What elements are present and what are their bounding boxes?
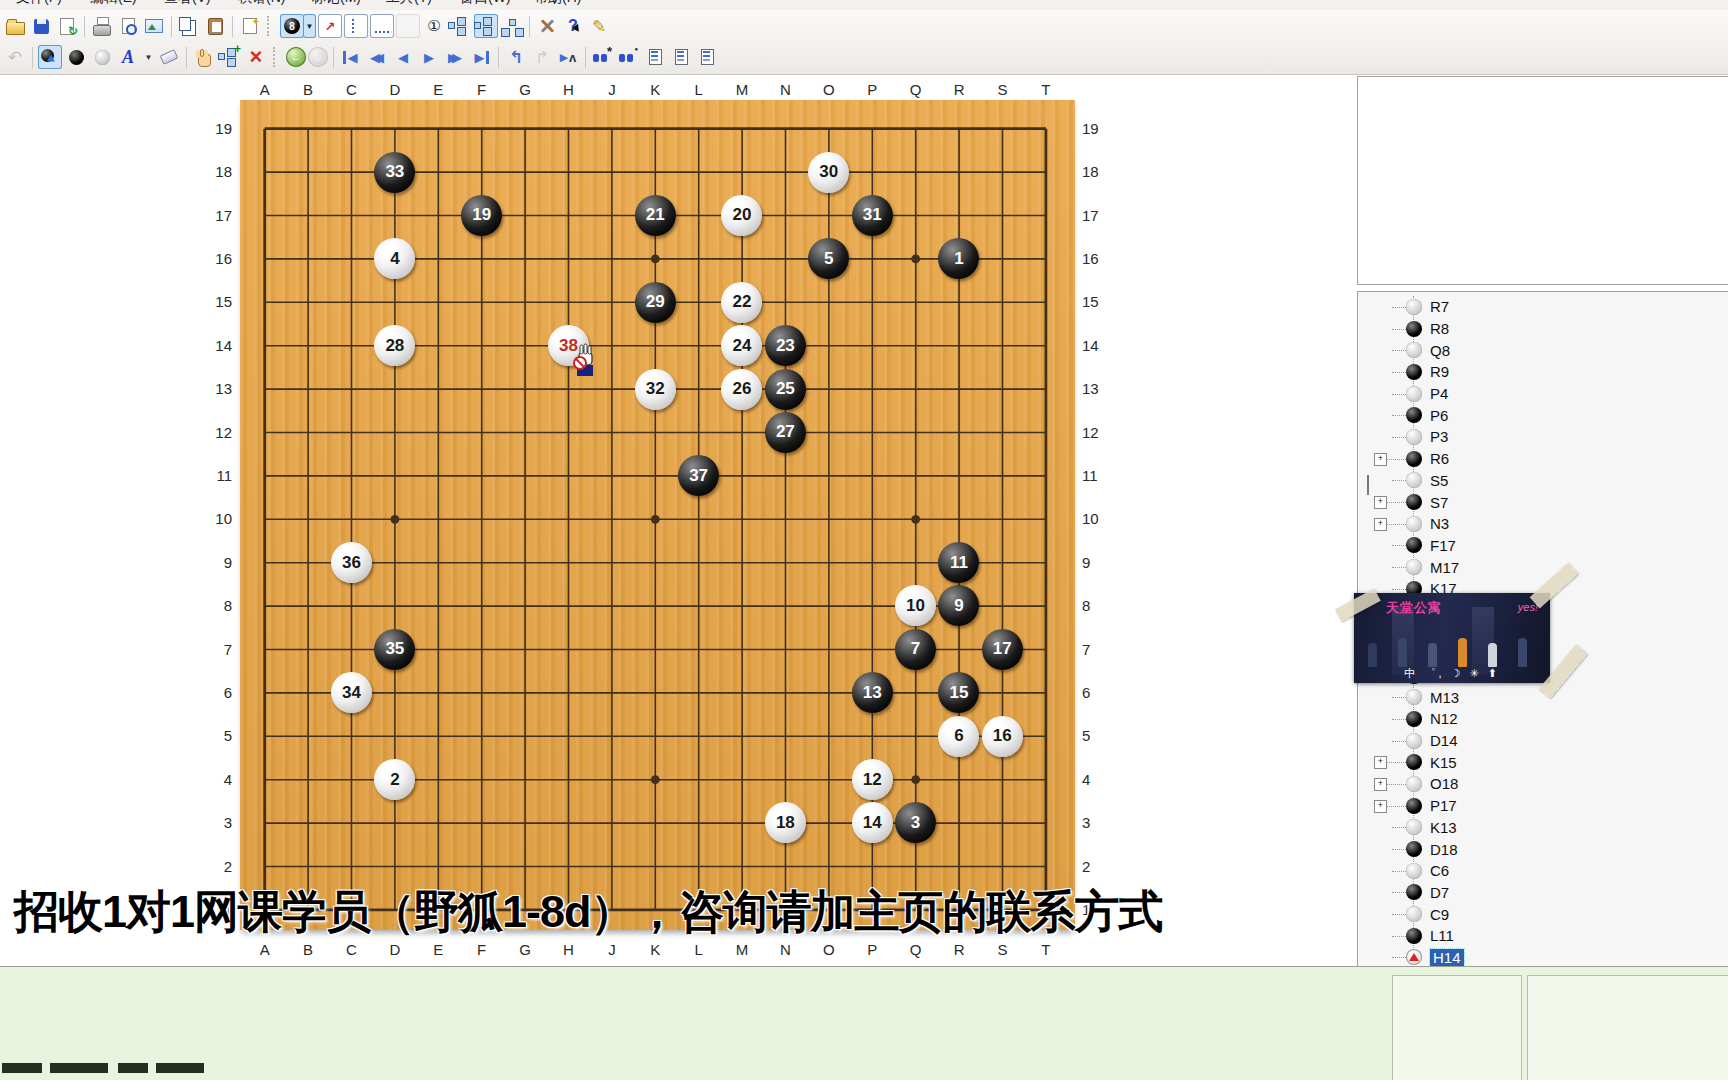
poster-person bbox=[1398, 638, 1407, 667]
go-board[interactable]: 1234567910111213141516171819202122232425… bbox=[240, 100, 1075, 930]
stone-disc: 24 bbox=[721, 325, 762, 366]
stone-B-D7[interactable]: 35 bbox=[373, 628, 416, 671]
poster-title: 天堂公寓 bbox=[1386, 599, 1442, 617]
print-preview-icon[interactable] bbox=[116, 14, 140, 38]
tree-stone-icon bbox=[1406, 407, 1422, 423]
stone-disc: 22 bbox=[721, 282, 762, 323]
step-backward-icon[interactable] bbox=[391, 45, 415, 69]
move-number: 14 bbox=[863, 813, 882, 833]
coord-left-15: 15 bbox=[202, 293, 232, 310]
page-view-3-icon[interactable] bbox=[695, 45, 719, 69]
tree-node-label: K15 bbox=[1430, 754, 1457, 771]
tree-stone-icon bbox=[1406, 754, 1422, 770]
move-number: 10 bbox=[906, 596, 925, 616]
coord-bottom-L: L bbox=[690, 941, 708, 958]
mouse-cursor-hand-no-icon bbox=[571, 341, 597, 375]
stone-B-O16[interactable]: 5 bbox=[807, 237, 850, 280]
move-number: 11 bbox=[950, 553, 968, 573]
coord-top-T: T bbox=[1037, 81, 1055, 98]
tree-stone-icon bbox=[1406, 494, 1422, 510]
stone-disc: 11 bbox=[938, 542, 979, 583]
coord-top-S: S bbox=[994, 81, 1012, 98]
stone-disc: 30 bbox=[808, 152, 849, 193]
menu-item[interactable]: 窗口(W) bbox=[460, 0, 511, 7]
coord-right-19: 19 bbox=[1082, 120, 1112, 137]
coord-left-14: 14 bbox=[202, 337, 232, 354]
coord-top-A: A bbox=[256, 81, 274, 98]
poster-person bbox=[1428, 643, 1437, 667]
tree-node-N3[interactable]: +N3 bbox=[1358, 513, 1728, 535]
tree-node-P4[interactable]: P4 bbox=[1358, 383, 1728, 405]
video-poster-overlay: 天堂公寓 yes! 中 ゜, ☽ ✳ ⬆ bbox=[1354, 593, 1550, 683]
coord-top-B: B bbox=[299, 81, 317, 98]
toolbar-separator bbox=[186, 47, 187, 68]
stone-disc: 16 bbox=[982, 716, 1023, 757]
tree-node-R9[interactable]: R9 bbox=[1358, 361, 1728, 383]
eraser-tool-icon[interactable] bbox=[157, 45, 181, 69]
move-number: 24 bbox=[733, 336, 752, 356]
stone-disc: 36 bbox=[331, 542, 372, 583]
expand-plus-icon[interactable]: + bbox=[1374, 496, 1387, 509]
coord-bottom-N: N bbox=[777, 941, 795, 958]
stone-W-M14[interactable]: 24 bbox=[720, 324, 763, 367]
tree-node-M17[interactable]: M17 bbox=[1358, 556, 1728, 578]
stone-disc: 4 bbox=[374, 238, 415, 279]
tree-node-label: N3 bbox=[1430, 515, 1449, 532]
stone-B-N12[interactable]: 27 bbox=[764, 411, 807, 454]
coord-left-7: 7 bbox=[202, 641, 232, 658]
tree-node-P17[interactable]: +P17 bbox=[1358, 795, 1728, 817]
stone-disc: 29 bbox=[635, 282, 676, 323]
status-pane bbox=[1392, 975, 1522, 1080]
coord-bottom-F: F bbox=[473, 941, 491, 958]
tree-node-Q8[interactable]: Q8 bbox=[1358, 339, 1728, 361]
coord-right-8: 8 bbox=[1082, 597, 1112, 614]
move-number: 23 bbox=[776, 336, 795, 356]
tree-node-label: P17 bbox=[1430, 797, 1457, 814]
history-forward-icon[interactable] bbox=[308, 47, 328, 67]
status-text-fragment bbox=[50, 1063, 108, 1073]
coord-left-11: 11 bbox=[202, 467, 232, 484]
org-chart-view-icon[interactable] bbox=[500, 14, 524, 38]
coord-top-E: E bbox=[429, 81, 447, 98]
move-number: 35 bbox=[385, 639, 404, 659]
coord-bottom-G: G bbox=[516, 941, 534, 958]
coord-top-G: G bbox=[516, 81, 534, 98]
stone-B-K15[interactable]: 29 bbox=[634, 281, 677, 324]
tree-node-K13[interactable]: K13 bbox=[1358, 817, 1728, 839]
stone-disc: 32 bbox=[635, 369, 676, 410]
coord-top-Q: Q bbox=[907, 81, 925, 98]
tree-stone-icon bbox=[1406, 559, 1422, 575]
coord-bottom-J: J bbox=[603, 941, 621, 958]
coord-left-8: 8 bbox=[202, 597, 232, 614]
tree-stone-icon bbox=[1406, 798, 1422, 814]
move-number: 30 bbox=[819, 162, 838, 182]
stone-W-N3[interactable]: 18 bbox=[764, 801, 807, 844]
move-number: 2 bbox=[390, 770, 399, 790]
tree-stone-icon bbox=[1406, 689, 1422, 705]
stone-B-L11[interactable]: 37 bbox=[677, 454, 720, 497]
menu-item[interactable]: 编辑(E) bbox=[90, 0, 137, 7]
stone-W-C9[interactable]: 36 bbox=[330, 541, 373, 584]
stone-disc: 17 bbox=[982, 629, 1023, 670]
stone-W-S5[interactable]: 16 bbox=[981, 714, 1024, 757]
stone-B-Q7[interactable]: 7 bbox=[894, 628, 937, 671]
tree-node-P3[interactable]: P3 bbox=[1358, 426, 1728, 448]
play-mode-icon[interactable] bbox=[38, 45, 62, 69]
tools-icon[interactable] bbox=[535, 14, 559, 38]
tree-node-label: N12 bbox=[1430, 710, 1458, 727]
poster-person bbox=[1488, 643, 1497, 667]
coord-bottom-T: T bbox=[1037, 941, 1055, 958]
menu-item[interactable]: 查看(V) bbox=[164, 0, 211, 7]
toolbar-separator bbox=[333, 47, 334, 68]
stone-B-N14[interactable]: 23 bbox=[764, 324, 807, 367]
move-number: 4 bbox=[390, 249, 399, 269]
stone-W-P3[interactable]: 14 bbox=[850, 801, 893, 844]
poster-person bbox=[1518, 638, 1527, 667]
tree-node-label: O18 bbox=[1430, 775, 1458, 792]
toolbar-separator bbox=[171, 16, 172, 37]
coord-top-H: H bbox=[560, 81, 578, 98]
tree-stone-icon bbox=[1406, 516, 1422, 532]
coord-bottom-B: B bbox=[299, 941, 317, 958]
stone-disc: 5 bbox=[808, 238, 849, 279]
coord-right-4: 4 bbox=[1082, 771, 1112, 788]
coord-left-9: 9 bbox=[202, 554, 232, 571]
stone-W-D4[interactable]: 2 bbox=[373, 758, 416, 801]
move-number: 13 bbox=[863, 683, 882, 703]
panel-bottom-toggle-icon[interactable] bbox=[370, 14, 394, 38]
paste-icon[interactable] bbox=[203, 14, 227, 38]
coord-bottom-D: D bbox=[386, 941, 404, 958]
move-number: 27 bbox=[776, 422, 795, 442]
tree-node-label: F17 bbox=[1430, 537, 1456, 554]
coord-top-K: K bbox=[646, 81, 664, 98]
coord-left-18: 18 bbox=[202, 163, 232, 180]
game-properties-icon[interactable] bbox=[238, 14, 262, 38]
menu-item[interactable]: 工具(T) bbox=[386, 0, 432, 7]
tree-node-label: S5 bbox=[1430, 472, 1448, 489]
stone-disc: 23 bbox=[765, 325, 806, 366]
tree-stone-icon bbox=[1406, 299, 1422, 315]
tree-node-D14[interactable]: D14 bbox=[1358, 730, 1728, 752]
stone-W-M15[interactable]: 22 bbox=[720, 281, 763, 324]
move-number: 5 bbox=[824, 249, 833, 269]
coord-right-12: 12 bbox=[1082, 424, 1112, 441]
label-dropdown-icon[interactable] bbox=[142, 45, 155, 69]
stone-W-M13[interactable]: 26 bbox=[720, 367, 763, 410]
stone-disc: 27 bbox=[765, 412, 806, 453]
status-bar bbox=[0, 966, 1728, 1080]
move-number: 17 bbox=[993, 639, 1012, 659]
tree-stone-icon bbox=[1406, 537, 1422, 553]
tree-node-R7[interactable]: R7 bbox=[1358, 296, 1728, 318]
stone-B-R6[interactable]: 15 bbox=[937, 671, 980, 714]
stone-disc: 37 bbox=[678, 455, 719, 496]
tree-node-S5[interactable]: S5 bbox=[1358, 470, 1728, 492]
stone-disc: 2 bbox=[374, 759, 415, 800]
poster-person bbox=[1368, 643, 1377, 667]
toolbar-separator bbox=[529, 16, 530, 37]
stone-W-R5[interactable]: 6 bbox=[937, 714, 980, 757]
tree-node-R6[interactable]: +R6 bbox=[1358, 448, 1728, 470]
move-number: 31 bbox=[863, 205, 882, 225]
tree-node-R8[interactable]: R8 bbox=[1358, 318, 1728, 340]
tree-node-label: C6 bbox=[1430, 862, 1449, 879]
toolbar-separator bbox=[498, 47, 499, 68]
jump-to-move-icon[interactable] bbox=[318, 14, 342, 38]
stone-disc: 20 bbox=[721, 195, 762, 236]
place-black-stone-icon[interactable] bbox=[64, 45, 88, 69]
tree-node-label: D14 bbox=[1430, 732, 1458, 749]
branch-up-icon[interactable] bbox=[504, 45, 528, 69]
app-window: 文件(F)编辑(E)查看(V)棋谱(N)标记(M)工具(T)窗口(W)帮助(H)… bbox=[0, 0, 1728, 1080]
move-number-dropdown-icon[interactable] bbox=[303, 14, 316, 38]
move-number: 25 bbox=[776, 379, 795, 399]
stone-W-M17[interactable]: 20 bbox=[720, 194, 763, 237]
stone-W-D14[interactable]: 28 bbox=[373, 324, 416, 367]
stone-B-R16[interactable]: 1 bbox=[937, 237, 980, 280]
move-number: 29 bbox=[646, 292, 665, 312]
ad-banner-text: 招收1对1网课学员（野狐1-8d），咨询请加主页的联系方式 bbox=[14, 882, 1714, 942]
toolbar-separator bbox=[232, 16, 233, 37]
move-number: 37 bbox=[689, 466, 708, 486]
auto-play-icon[interactable] bbox=[556, 45, 580, 69]
coord-left-5: 5 bbox=[202, 727, 232, 744]
coord-right-6: 6 bbox=[1082, 684, 1112, 701]
tree-node-label: Q8 bbox=[1430, 342, 1450, 359]
coord-right-5: 5 bbox=[1082, 727, 1112, 744]
panel-off-icon[interactable] bbox=[396, 14, 420, 38]
history-back-icon[interactable] bbox=[286, 47, 306, 67]
status-pane bbox=[1527, 975, 1728, 1080]
move-number: 20 bbox=[733, 205, 752, 225]
tree-node-label: R8 bbox=[1430, 320, 1449, 337]
export-image-icon[interactable] bbox=[142, 14, 166, 38]
stone-disc: 19 bbox=[461, 195, 502, 236]
tree-node-N12[interactable]: N12 bbox=[1358, 708, 1728, 730]
poster-status-icons: 中 ゜, ☽ ✳ ⬆ bbox=[1354, 666, 1550, 681]
move-number: 1 bbox=[954, 249, 963, 269]
tree-node-K15[interactable]: +K15 bbox=[1358, 751, 1728, 773]
stone-W-K13[interactable]: 32 bbox=[634, 367, 677, 410]
expand-plus-icon[interactable]: + bbox=[1374, 800, 1387, 813]
tree-stone-icon bbox=[1406, 863, 1422, 879]
coord-top-M: M bbox=[733, 81, 751, 98]
stone-B-K17[interactable]: 21 bbox=[634, 194, 677, 237]
tree-node-label: R6 bbox=[1430, 450, 1449, 467]
stone-B-F17[interactable]: 19 bbox=[460, 194, 503, 237]
stone-W-P4[interactable]: 12 bbox=[850, 758, 893, 801]
comment-panel[interactable] bbox=[1357, 76, 1728, 285]
stone-B-R9[interactable]: 11 bbox=[937, 541, 980, 584]
tree-stone-icon bbox=[1406, 472, 1422, 488]
coord-bottom-M: M bbox=[733, 941, 751, 958]
toolbar-grip bbox=[267, 16, 275, 36]
stone-W-D16[interactable]: 4 bbox=[373, 237, 416, 280]
stone-B-Q3[interactable]: 3 bbox=[894, 801, 937, 844]
tree-node-P6[interactable]: P6 bbox=[1358, 404, 1728, 426]
coord-top-C: C bbox=[343, 81, 361, 98]
tree-node-label: P4 bbox=[1430, 385, 1448, 402]
coord-bottom-K: K bbox=[646, 941, 664, 958]
fast-forward-icon[interactable] bbox=[443, 45, 467, 69]
tree-node-label: R7 bbox=[1430, 298, 1449, 315]
go-last-move-icon[interactable] bbox=[469, 45, 493, 69]
coord-right-10: 10 bbox=[1082, 510, 1112, 527]
coord-top-D: D bbox=[386, 81, 404, 98]
step-forward-icon[interactable] bbox=[417, 45, 441, 69]
menu-item[interactable]: 文件(F) bbox=[16, 0, 62, 7]
copy-icon[interactable] bbox=[177, 14, 201, 38]
tree-node-label: S7 bbox=[1430, 494, 1448, 511]
stone-disc: 34 bbox=[331, 672, 372, 713]
coord-right-18: 18 bbox=[1082, 163, 1112, 180]
tree-stone-icon bbox=[1406, 819, 1422, 835]
tree-node-C6[interactable]: C6 bbox=[1358, 860, 1728, 882]
tree-stone-icon bbox=[1406, 386, 1422, 402]
undo-icon[interactable] bbox=[3, 45, 27, 69]
tree-stone-icon bbox=[1406, 321, 1422, 337]
toolbar-separator bbox=[585, 47, 586, 68]
stone-B-P6[interactable]: 13 bbox=[850, 671, 893, 714]
stone-B-R8[interactable]: 9 bbox=[937, 584, 980, 627]
stone-disc: 10 bbox=[895, 585, 936, 626]
coord-left-19: 19 bbox=[202, 120, 232, 137]
coord-top-R: R bbox=[950, 81, 968, 98]
label-tool-icon[interactable] bbox=[116, 45, 140, 69]
coord-left-3: 3 bbox=[202, 814, 232, 831]
menu-item[interactable]: 棋谱(N) bbox=[238, 0, 285, 7]
menu-item[interactable]: 帮助(H) bbox=[534, 0, 581, 7]
tree-stone-icon bbox=[1406, 733, 1422, 749]
find-next-marker-icon[interactable] bbox=[617, 45, 641, 69]
tree-node-H14[interactable]: H14 bbox=[1358, 947, 1728, 968]
stone-disc: 12 bbox=[852, 759, 893, 800]
coord-bottom-H: H bbox=[560, 941, 578, 958]
go-first-move-icon[interactable] bbox=[339, 45, 363, 69]
page-view-2-icon[interactable] bbox=[669, 45, 693, 69]
stone-disc: 6 bbox=[938, 716, 979, 757]
move-number: 6 bbox=[954, 726, 963, 746]
stone-B-N13[interactable]: 25 bbox=[764, 367, 807, 410]
stone-disc: 3 bbox=[895, 802, 936, 843]
stone-disc: 21 bbox=[635, 195, 676, 236]
reload-record-icon[interactable] bbox=[55, 14, 79, 38]
coord-bottom-C: C bbox=[343, 941, 361, 958]
tree-view-icon[interactable] bbox=[448, 14, 472, 38]
edit-annotations-icon[interactable] bbox=[587, 14, 611, 38]
menu-bar: 文件(F)编辑(E)查看(V)棋谱(N)标记(M)工具(T)窗口(W)帮助(H) bbox=[0, 0, 1728, 10]
move-number: 22 bbox=[733, 292, 752, 312]
tree-stone-icon bbox=[1406, 429, 1422, 445]
coord-left-10: 10 bbox=[202, 510, 232, 527]
stone-disc: 31 bbox=[852, 195, 893, 236]
number-style-icon[interactable] bbox=[422, 14, 446, 38]
insert-node-icon[interactable] bbox=[218, 45, 242, 69]
tree-node-label: M17 bbox=[1430, 559, 1459, 576]
board-grid[interactable]: 1234567910111213141516171819202122232425… bbox=[243, 107, 1067, 931]
show-move-numbers-icon[interactable] bbox=[280, 14, 304, 38]
coord-bottom-R: R bbox=[950, 941, 968, 958]
coord-right-13: 13 bbox=[1082, 380, 1112, 397]
tree-stone-icon bbox=[1406, 711, 1422, 727]
stone-disc: 33 bbox=[374, 152, 415, 193]
stone-disc: 13 bbox=[852, 672, 893, 713]
tree-node-D18[interactable]: D18 bbox=[1358, 838, 1728, 860]
stone-disc: 15 bbox=[938, 672, 979, 713]
open-file-icon[interactable] bbox=[3, 14, 27, 38]
status-text-fragment bbox=[2, 1063, 42, 1073]
stone-disc: 9 bbox=[938, 585, 979, 626]
stone-disc: 18 bbox=[765, 802, 806, 843]
delete-node-icon[interactable] bbox=[244, 45, 268, 69]
expand-plus-icon[interactable]: + bbox=[1374, 453, 1387, 466]
save-file-icon[interactable] bbox=[29, 14, 53, 38]
stone-B-S7[interactable]: 17 bbox=[981, 628, 1024, 671]
stone-disc: 14 bbox=[852, 802, 893, 843]
panel-left-toggle-icon[interactable] bbox=[344, 14, 368, 38]
coord-right-2: 2 bbox=[1082, 858, 1112, 875]
tree-node-label: H14 bbox=[1430, 949, 1464, 966]
coord-bottom-O: O bbox=[820, 941, 838, 958]
coord-top-F: F bbox=[473, 81, 491, 98]
pan-hand-icon[interactable] bbox=[192, 45, 216, 69]
coord-right-11: 11 bbox=[1082, 467, 1112, 484]
coord-top-J: J bbox=[603, 81, 621, 98]
toolbar-separator bbox=[84, 16, 85, 37]
coord-right-15: 15 bbox=[1082, 293, 1112, 310]
tree-view-detail-icon[interactable] bbox=[474, 14, 498, 38]
stone-B-D18[interactable]: 33 bbox=[373, 150, 416, 193]
fast-backward-icon[interactable] bbox=[365, 45, 389, 69]
branch-down-icon[interactable] bbox=[530, 45, 554, 69]
coord-right-16: 16 bbox=[1082, 250, 1112, 267]
expand-plus-icon[interactable]: + bbox=[1374, 756, 1387, 769]
toolbar-area bbox=[0, 10, 1728, 75]
tree-node-O18[interactable]: +O18 bbox=[1358, 773, 1728, 795]
coord-bottom-A: A bbox=[256, 941, 274, 958]
expand-plus-icon[interactable]: + bbox=[1374, 778, 1387, 791]
place-white-stone-icon[interactable] bbox=[90, 45, 114, 69]
tree-node-F17[interactable]: F17 bbox=[1358, 535, 1728, 557]
toolbar-separator bbox=[32, 47, 33, 68]
stone-disc: 35 bbox=[374, 629, 415, 670]
coord-bottom-P: P bbox=[863, 941, 881, 958]
stone-W-Q8[interactable]: 10 bbox=[894, 584, 937, 627]
tree-node-S7[interactable]: +S7 bbox=[1358, 491, 1728, 513]
stone-W-O18[interactable]: 30 bbox=[807, 150, 850, 193]
tree-node-label: P6 bbox=[1430, 407, 1448, 424]
coord-right-3: 3 bbox=[1082, 814, 1112, 831]
stone-B-P17[interactable]: 31 bbox=[850, 194, 893, 237]
stone-W-C6[interactable]: 34 bbox=[330, 671, 373, 714]
find-next-comment-icon[interactable] bbox=[591, 45, 615, 69]
menu-item[interactable]: 标记(M) bbox=[312, 0, 361, 7]
move-number: 18 bbox=[776, 813, 795, 833]
page-view-1-icon[interactable] bbox=[643, 45, 667, 69]
context-help-icon[interactable] bbox=[561, 14, 585, 38]
move-number: 32 bbox=[646, 379, 665, 399]
toolbar-grip bbox=[273, 47, 281, 67]
coord-bottom-S: S bbox=[994, 941, 1012, 958]
expand-plus-icon[interactable]: + bbox=[1374, 518, 1387, 531]
stone-disc: 26 bbox=[721, 369, 762, 410]
coord-left-17: 17 bbox=[202, 207, 232, 224]
print-icon[interactable] bbox=[90, 14, 114, 38]
